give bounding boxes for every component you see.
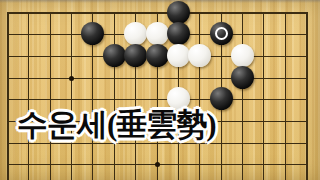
top-edge-shading [0,0,320,3]
diagram-title: 수운세(垂雲勢) [17,104,216,146]
grid-line-vertical [7,12,9,180]
black-stone [103,44,126,67]
white-stone [124,22,147,45]
black-stone [146,44,169,67]
white-stone [231,44,254,67]
grid-line-vertical [114,12,115,180]
black-stone [81,22,104,45]
star-point [155,162,160,167]
grid-line-vertical [285,12,286,180]
black-stone [124,44,147,67]
white-stone [146,22,169,45]
grid-line-vertical [242,12,243,180]
grid-line-horizontal [7,12,308,14]
grid-line-vertical [71,12,72,180]
white-stone [188,44,211,67]
grid-line-vertical [263,12,264,180]
grid-line-vertical [50,12,51,180]
grid-line-vertical [28,12,29,180]
white-stone [167,44,190,67]
black-stone [167,22,190,45]
star-point [69,76,74,81]
grid-line-horizontal [7,78,308,79]
black-stone [231,66,254,89]
grid-line-vertical [199,12,200,180]
black-stone [210,22,233,45]
go-board: 수운세(垂雲勢) [0,0,320,180]
grid-line-vertical [306,12,308,180]
circle-marker [215,27,228,40]
black-stone [167,1,190,24]
grid-line-horizontal [7,99,308,100]
